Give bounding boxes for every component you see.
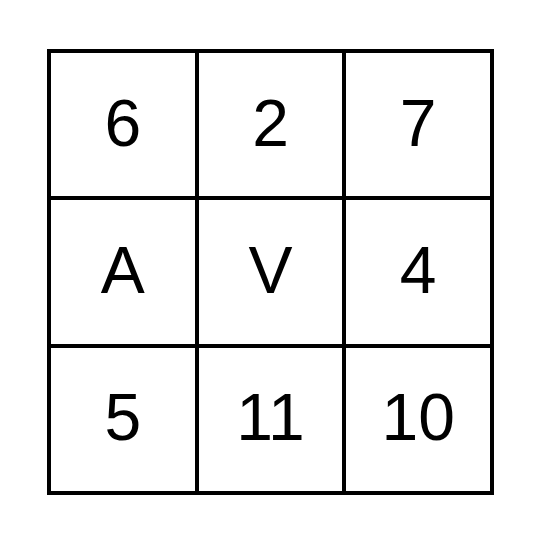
cell-r1c1: 6 (51, 53, 195, 196)
puzzle-grid: 6 2 7 A V 4 5 11 10 (47, 49, 494, 495)
cell-r2c3: 4 (346, 200, 490, 343)
cell-r3c1: 5 (51, 348, 195, 491)
cell-r2c2: V (199, 200, 343, 343)
cell-r1c3: 7 (346, 53, 490, 196)
cell-r1c2: 2 (199, 53, 343, 196)
cell-r2c1: A (51, 200, 195, 343)
cell-r3c3: 10 (346, 348, 490, 491)
cell-r3c2: 11 (199, 348, 343, 491)
